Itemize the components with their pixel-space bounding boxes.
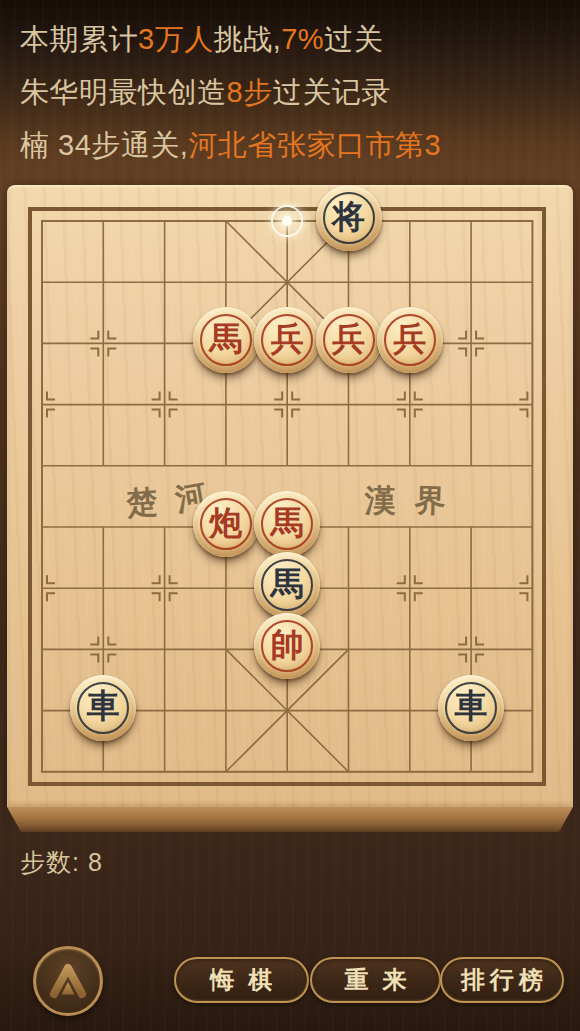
piece-馬-black[interactable]: 馬 <box>254 552 320 618</box>
river-label: 漢 <box>365 480 396 522</box>
stats-line-3: 楠 34步通关,河北省张家口市第3 <box>20 119 574 172</box>
piece-車-black[interactable]: 車 <box>70 675 136 741</box>
piece-glyph: 馬 <box>209 323 242 356</box>
piece-車-black[interactable]: 車 <box>438 675 504 741</box>
piece-馬-red[interactable]: 馬 <box>193 307 259 373</box>
piece-glyph: 車 <box>455 690 488 723</box>
piece-glyph: 馬 <box>271 568 304 601</box>
xiangqi-board[interactable]: 楚河漢界 将馬兵兵兵炮馬馬帥車車 <box>7 185 573 807</box>
piece-glyph: 兵 <box>393 323 426 356</box>
game-screen: 本期累计3万人挑战,7%过关 朱华明最快创造8步过关记录 楠 34步通关,河北省… <box>0 0 580 1031</box>
board-side-edge <box>7 807 573 832</box>
piece-glyph: 将 <box>332 201 365 234</box>
piece-glyph: 車 <box>87 690 120 723</box>
piece-兵-red[interactable]: 兵 <box>316 307 382 373</box>
river-label: 楚 <box>125 481 159 525</box>
home-button[interactable] <box>33 946 103 1016</box>
river-label: 界 <box>414 479 446 522</box>
piece-馬-red[interactable]: 馬 <box>254 491 320 557</box>
last-move-origin-marker <box>271 205 303 237</box>
stats-panel: 本期累计3万人挑战,7%过关 朱华明最快创造8步过关记录 楠 34步通关,河北省… <box>20 13 574 172</box>
move-count-value: 8 <box>88 848 103 876</box>
piece-glyph: 兵 <box>332 323 365 356</box>
piece-兵-red[interactable]: 兵 <box>377 307 443 373</box>
restart-button[interactable]: 重来 <box>310 957 441 1003</box>
stats-line-1: 本期累计3万人挑战,7%过关 <box>20 13 574 66</box>
piece-glyph: 兵 <box>271 323 304 356</box>
move-counter: 步数: 8 <box>20 848 103 876</box>
piece-炮-red[interactable]: 炮 <box>193 491 259 557</box>
piece-glyph: 炮 <box>209 507 242 540</box>
undo-button[interactable]: 悔棋 <box>174 957 309 1003</box>
piece-glyph: 帥 <box>271 629 304 662</box>
piece-将-black[interactable]: 将 <box>316 185 382 251</box>
leaderboard-button[interactable]: 排行榜 <box>440 957 564 1003</box>
mountain-arrow-icon <box>42 955 94 1007</box>
stats-line-2: 朱华明最快创造8步过关记录 <box>20 66 574 119</box>
piece-glyph: 馬 <box>271 507 304 540</box>
